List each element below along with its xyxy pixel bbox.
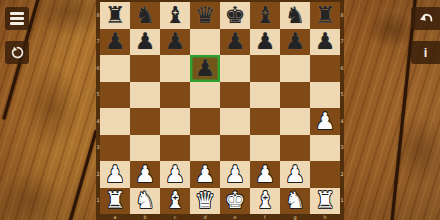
square-c6[interactable] (160, 55, 190, 82)
white-knight: ♞ (135, 189, 156, 212)
square-b3[interactable] (130, 135, 160, 162)
black-knight: ♞ (135, 4, 156, 27)
black-king: ♚ (225, 4, 246, 27)
square-c3[interactable] (160, 135, 190, 162)
file-label: a (100, 214, 130, 220)
square-g6[interactable] (280, 55, 310, 82)
white-pawn: ♟ (225, 163, 246, 186)
square-c5[interactable] (160, 82, 190, 109)
square-b2[interactable]: ♟ (130, 161, 160, 188)
square-e1[interactable]: ♚ (220, 188, 250, 215)
square-f1[interactable]: ♝ (250, 188, 280, 215)
square-h2[interactable] (310, 161, 340, 188)
white-knight: ♞ (285, 189, 306, 212)
white-rook: ♜ (315, 189, 336, 212)
white-pawn: ♟ (135, 163, 156, 186)
square-e3[interactable] (220, 135, 250, 162)
file-label: h (310, 214, 340, 220)
rank-label: 3 (96, 135, 100, 162)
white-pawn: ♟ (315, 110, 336, 133)
black-pawn: ♟ (285, 30, 306, 53)
rotate-icon (9, 44, 26, 61)
black-queen: ♛ (195, 4, 216, 27)
square-h4[interactable]: ♟ (310, 108, 340, 135)
square-a8[interactable]: ♜ (100, 2, 130, 29)
info-button[interactable]: i (411, 41, 440, 64)
white-queen: ♛ (195, 189, 216, 212)
rank-label: 3 (340, 135, 344, 162)
black-pawn: ♟ (165, 30, 186, 53)
rank-labels-left: 87654321 (96, 2, 100, 214)
file-label: f (250, 214, 280, 220)
square-g8[interactable]: ♞ (280, 2, 310, 29)
square-h1[interactable]: ♜ (310, 188, 340, 215)
black-pawn: ♟ (135, 30, 156, 53)
square-d6[interactable]: ♟ (190, 55, 220, 82)
square-h5[interactable] (310, 82, 340, 109)
black-pawn: ♟ (255, 30, 276, 53)
rank-label: 1 (340, 188, 344, 215)
square-g2[interactable]: ♟ (280, 161, 310, 188)
info-icon: i (424, 46, 428, 59)
square-c7[interactable]: ♟ (160, 29, 190, 56)
square-b6[interactable] (130, 55, 160, 82)
menu-button[interactable] (5, 7, 29, 30)
black-pawn: ♟ (315, 30, 336, 53)
black-bishop: ♝ (165, 4, 186, 27)
square-g3[interactable] (280, 135, 310, 162)
square-b8[interactable]: ♞ (130, 2, 160, 29)
rank-label: 1 (96, 188, 100, 215)
file-label: g (280, 214, 310, 220)
square-e8[interactable]: ♚ (220, 2, 250, 29)
file-label: b (130, 214, 160, 220)
square-g7[interactable]: ♟ (280, 29, 310, 56)
square-e5[interactable] (220, 82, 250, 109)
square-g4[interactable] (280, 108, 310, 135)
rank-label: 5 (340, 82, 344, 109)
black-rook: ♜ (105, 4, 126, 27)
white-pawn: ♟ (285, 163, 306, 186)
rotate-board-button[interactable] (5, 41, 29, 64)
rank-label: 5 (96, 82, 100, 109)
file-label: e (220, 214, 250, 220)
square-f8[interactable]: ♝ (250, 2, 280, 29)
square-e6[interactable] (220, 55, 250, 82)
board-grid: ♜♞♝♛♚♝♞♜♟♟♟♟♟♟♟♟♟♟♟♟♟♟♟♟♜♞♝♛♚♝♞♜ (100, 2, 340, 214)
rank-label: 8 (340, 2, 344, 29)
square-h6[interactable] (310, 55, 340, 82)
square-d8[interactable]: ♛ (190, 2, 220, 29)
square-d5[interactable] (190, 82, 220, 109)
square-f6[interactable] (250, 55, 280, 82)
square-h8[interactable]: ♜ (310, 2, 340, 29)
rank-label: 6 (96, 55, 100, 82)
square-a4[interactable] (100, 108, 130, 135)
square-a2[interactable]: ♟ (100, 161, 130, 188)
square-c2[interactable]: ♟ (160, 161, 190, 188)
square-d2[interactable]: ♟ (190, 161, 220, 188)
square-e2[interactable]: ♟ (220, 161, 250, 188)
square-e4[interactable] (220, 108, 250, 135)
white-king: ♚ (225, 189, 246, 212)
square-f3[interactable] (250, 135, 280, 162)
file-label: c (160, 214, 190, 220)
square-a5[interactable] (100, 82, 130, 109)
black-knight: ♞ (285, 4, 306, 27)
white-pawn: ♟ (105, 163, 126, 186)
square-f4[interactable] (250, 108, 280, 135)
square-c8[interactable]: ♝ (160, 2, 190, 29)
square-c4[interactable] (160, 108, 190, 135)
square-g5[interactable] (280, 82, 310, 109)
square-d4[interactable] (190, 108, 220, 135)
square-f7[interactable]: ♟ (250, 29, 280, 56)
undo-button[interactable] (411, 7, 440, 30)
square-b1[interactable]: ♞ (130, 188, 160, 215)
square-b4[interactable] (130, 108, 160, 135)
rank-label: 7 (340, 29, 344, 56)
black-pawn: ♟ (105, 30, 126, 53)
chess-board: 87654321 ♜♞♝♛♚♝♞♜♟♟♟♟♟♟♟♟♟♟♟♟♟♟♟♟♜♞♝♛♚♝♞… (96, 0, 344, 220)
square-d7[interactable] (190, 29, 220, 56)
square-a1[interactable]: ♜ (100, 188, 130, 215)
rank-label: 6 (340, 55, 344, 82)
app-screen: i 87654321 ♜♞♝♛♚♝♞♜♟♟♟♟♟♟♟♟♟♟♟♟♟♟♟♟♜♞♝♛♚… (0, 0, 440, 220)
square-h3[interactable] (310, 135, 340, 162)
square-d1[interactable]: ♛ (190, 188, 220, 215)
black-pawn: ♟ (225, 30, 246, 53)
square-e7[interactable]: ♟ (220, 29, 250, 56)
square-a7[interactable]: ♟ (100, 29, 130, 56)
black-bishop: ♝ (255, 4, 276, 27)
white-bishop: ♝ (165, 189, 186, 212)
square-f5[interactable] (250, 82, 280, 109)
square-f2[interactable]: ♟ (250, 161, 280, 188)
square-a3[interactable] (100, 135, 130, 162)
rank-label: 4 (340, 108, 344, 135)
rank-labels-right: 87654321 (340, 2, 344, 214)
file-labels-bottom: abcdefgh (100, 214, 340, 220)
white-pawn: ♟ (195, 163, 216, 186)
rank-label: 2 (96, 161, 100, 188)
rank-label: 7 (96, 29, 100, 56)
square-d3[interactable] (190, 135, 220, 162)
hamburger-menu-icon (10, 12, 24, 25)
square-h7[interactable]: ♟ (310, 29, 340, 56)
white-bishop: ♝ (255, 189, 276, 212)
square-b5[interactable] (130, 82, 160, 109)
square-c1[interactable]: ♝ (160, 188, 190, 215)
undo-arrow-icon (417, 11, 435, 27)
white-rook: ♜ (105, 189, 126, 212)
black-pawn: ♟ (195, 57, 216, 80)
white-pawn: ♟ (255, 163, 276, 186)
rank-label: 4 (96, 108, 100, 135)
square-b7[interactable]: ♟ (130, 29, 160, 56)
black-rook: ♜ (315, 4, 336, 27)
rank-label: 8 (96, 2, 100, 29)
rank-label: 2 (340, 161, 344, 188)
white-pawn: ♟ (165, 163, 186, 186)
square-g1[interactable]: ♞ (280, 188, 310, 215)
square-a6[interactable] (100, 55, 130, 82)
file-label: d (190, 214, 220, 220)
